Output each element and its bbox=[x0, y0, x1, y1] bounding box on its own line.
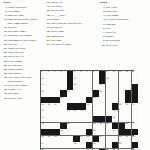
grid-cell-white[interactable]: 49 bbox=[47, 136, 53, 142]
grid-cell-white[interactable] bbox=[54, 116, 60, 122]
grid-cell-white[interactable] bbox=[47, 84, 53, 90]
grid-cell-white[interactable]: 24 bbox=[93, 97, 99, 103]
clue-text: Gets it wrong bbox=[7, 60, 39, 64]
grid-cell-black bbox=[67, 71, 73, 77]
grid-cell-white[interactable]: 65 bbox=[132, 149, 138, 150]
grid-cell-white[interactable]: 50 bbox=[54, 136, 60, 142]
grid-cell-white[interactable] bbox=[67, 129, 73, 135]
grid-cell-white[interactable]: 56 bbox=[132, 136, 138, 142]
cell-number: 17 bbox=[41, 84, 43, 86]
grid-cell-white[interactable]: 8 bbox=[93, 71, 99, 77]
clue-text: Courtroom cry with 'Order!' bbox=[7, 39, 39, 43]
grid-cell-white[interactable] bbox=[112, 84, 118, 90]
grid-cell-white[interactable]: 33 bbox=[67, 110, 73, 116]
grid-cell-black bbox=[132, 84, 138, 90]
grid-cell-white[interactable] bbox=[119, 110, 125, 116]
clue-text: Where folks get into hot water bbox=[50, 22, 96, 26]
cell-number: 32 bbox=[41, 110, 43, 112]
cell-number: 7 bbox=[87, 71, 88, 73]
cell-number: 43 bbox=[106, 123, 108, 125]
cell-number: 3 bbox=[54, 71, 55, 73]
grid-cell-white[interactable]: 26 bbox=[47, 103, 53, 109]
grid-cell-white[interactable]: 10 bbox=[112, 71, 118, 77]
cell-number: 48 bbox=[41, 136, 43, 138]
clue-text: Lyric poems bbox=[105, 14, 148, 18]
clue-item: 53Where folks get into hot water bbox=[45, 22, 96, 26]
grid-cell-white[interactable] bbox=[67, 136, 73, 142]
grid-cell-white[interactable] bbox=[112, 90, 118, 96]
grid-cell-white[interactable] bbox=[60, 136, 66, 142]
grid-cell-white[interactable] bbox=[119, 77, 125, 83]
clue-text: Tel ___, Israel bbox=[50, 14, 96, 18]
grid-cell-white[interactable] bbox=[80, 84, 86, 90]
clue-text: Cat's call bbox=[7, 43, 39, 47]
cell-number: 28 bbox=[87, 104, 89, 106]
grid-cell-white[interactable]: 40 bbox=[67, 123, 73, 129]
cell-number: 53 bbox=[100, 136, 102, 138]
cell-number: 8 bbox=[93, 71, 94, 73]
cell-number: 37 bbox=[41, 117, 43, 119]
clue-item: 44Gorilla, e.g. bbox=[45, 1, 96, 5]
grid-cell-white[interactable] bbox=[132, 123, 138, 129]
grid-cell-white[interactable] bbox=[80, 90, 86, 96]
clue-item: 48Tel ___, Israel bbox=[45, 14, 96, 18]
clue-item: 6'Ick!' bbox=[100, 27, 148, 31]
grid-cell-white[interactable] bbox=[54, 123, 60, 129]
clue-item: 38Keyhole, e.g. bbox=[2, 88, 39, 92]
grid-cell-white[interactable]: 39 bbox=[41, 123, 47, 129]
clue-item: 20Cat's call bbox=[2, 43, 39, 47]
grid-cell-white[interactable] bbox=[125, 110, 131, 116]
clue-item: 39Blue shade bbox=[2, 92, 39, 96]
clue-item: 23Kofi of the U.N. bbox=[2, 55, 39, 59]
down-clue-list: 1Take a risk2Oboe's kin3Lyric poems4New … bbox=[100, 6, 148, 47]
clue-text: Ends of the earth bbox=[7, 47, 39, 51]
grid-cell-white[interactable] bbox=[112, 136, 118, 142]
grid-cell-white[interactable] bbox=[125, 77, 131, 83]
grid-cell-white[interactable]: 62 bbox=[86, 149, 92, 150]
grid-cell-white[interactable]: 64 bbox=[112, 149, 118, 150]
grid-cell-white[interactable] bbox=[54, 90, 60, 96]
grid-cell-white[interactable]: 13 bbox=[132, 71, 138, 77]
cell-number: 35 bbox=[80, 110, 82, 112]
grid-cell-white[interactable]: 31 bbox=[132, 103, 138, 109]
cell-number: 18 bbox=[74, 84, 76, 86]
clue-text: Long ago bbox=[105, 23, 148, 27]
grid-cell-white[interactable] bbox=[80, 77, 86, 83]
grid-cell-white[interactable]: 18 bbox=[73, 84, 79, 90]
grid-cell-white[interactable] bbox=[86, 116, 92, 122]
crossword-grid: 1234567891011121314151617181920212223242… bbox=[40, 70, 134, 150]
grid-cell-white[interactable] bbox=[132, 77, 138, 83]
clue-text: Toward sunrise bbox=[7, 68, 39, 72]
cell-number: 15 bbox=[74, 78, 76, 80]
grid-cell-white[interactable]: 34 bbox=[73, 110, 79, 116]
across-clue-list-2: 44Gorilla, e.g.45Fall flower46Political … bbox=[45, 1, 96, 46]
cell-number: 20 bbox=[41, 91, 43, 93]
cell-number: 52 bbox=[87, 136, 89, 138]
grid-cell-white[interactable] bbox=[54, 142, 60, 148]
grid-cell-white[interactable] bbox=[60, 110, 66, 116]
across-clues-column-1: Across 1Corner chess piece5Feels poorly9… bbox=[2, 1, 39, 148]
grid-cell-white[interactable] bbox=[67, 97, 73, 103]
grid-cell-white[interactable] bbox=[106, 110, 112, 116]
grid-cell-white[interactable] bbox=[67, 142, 73, 148]
cell-number: 26 bbox=[48, 104, 50, 106]
cell-number: 46 bbox=[93, 130, 95, 132]
clue-item: 5Feels poorly bbox=[2, 10, 39, 14]
cell-number: 54 bbox=[119, 136, 121, 138]
grid-cell-white[interactable]: 4 bbox=[60, 71, 66, 77]
grid-cell-white[interactable]: 52 bbox=[86, 136, 92, 142]
grid-cell-white[interactable]: 45 bbox=[60, 129, 66, 135]
cell-number: 14 bbox=[41, 78, 43, 80]
grid-cell-white[interactable] bbox=[73, 129, 79, 135]
grid-cell-white[interactable] bbox=[60, 142, 66, 148]
crossword-grid-area: 1234567891011121314151617181920212223242… bbox=[40, 70, 139, 150]
clue-item: 63Fuel additive brand bbox=[45, 43, 96, 47]
grid-cell-white[interactable]: 27 bbox=[54, 103, 60, 109]
grid-cell-white[interactable] bbox=[99, 142, 105, 148]
grid-cell-white[interactable] bbox=[67, 149, 73, 150]
clue-item: 16Jazz singer James bbox=[2, 30, 39, 34]
grid-cell-black bbox=[132, 90, 138, 96]
clue-item: 14Emperor said to have fiddled while Rom… bbox=[2, 18, 39, 25]
grid-cell-white[interactable] bbox=[80, 97, 86, 103]
cell-number: 63 bbox=[106, 149, 108, 150]
grid-cell-white[interactable]: 21 bbox=[67, 90, 73, 96]
cell-number: 62 bbox=[87, 149, 89, 150]
clue-item: 60Compass dir. bbox=[45, 35, 96, 39]
grid-cell-white[interactable] bbox=[73, 123, 79, 129]
clue-item: 28Toward sunrise bbox=[2, 68, 39, 72]
clue-text: Fuel additive brand bbox=[50, 43, 96, 47]
clue-text: Winter forecast bbox=[7, 51, 39, 55]
clue-item: 61Salty drop bbox=[45, 39, 96, 43]
grid-cell-white[interactable] bbox=[112, 77, 118, 83]
grid-cell-white[interactable] bbox=[132, 116, 138, 122]
grid-cell-white[interactable] bbox=[80, 149, 86, 150]
clue-text: Heavy step bbox=[105, 44, 148, 48]
grid-cell-white[interactable] bbox=[47, 110, 53, 116]
grid-cell-white[interactable]: 6 bbox=[80, 71, 86, 77]
clue-item: 1Take a risk bbox=[100, 6, 148, 10]
grid-cell-white[interactable]: 47 bbox=[112, 129, 118, 135]
cell-number: 1 bbox=[41, 71, 42, 73]
clue-text: Oboe's kin bbox=[105, 10, 148, 14]
grid-cell-white[interactable]: 63 bbox=[106, 149, 112, 150]
grid-cell-white[interactable]: 59 bbox=[93, 142, 99, 148]
grid-cell-white[interactable]: 43 bbox=[106, 123, 112, 129]
grid-cell-white[interactable] bbox=[119, 90, 125, 96]
clue-item: 17Young girl, in Glasgow bbox=[2, 34, 39, 38]
grid-cell-white[interactable]: 20 bbox=[41, 90, 47, 96]
grid-cell-white[interactable] bbox=[86, 84, 92, 90]
grid-cell-white[interactable] bbox=[47, 77, 53, 83]
grid-cell-white[interactable] bbox=[86, 110, 92, 116]
cell-number: 13 bbox=[132, 71, 134, 73]
clue-item: 5Long ago bbox=[100, 23, 148, 27]
grid-cell-white[interactable] bbox=[73, 149, 79, 150]
cell-number: 5 bbox=[74, 71, 75, 73]
clue-text: Political pull bbox=[50, 9, 96, 13]
cell-number: 25 bbox=[41, 104, 43, 106]
grid-cell-white[interactable] bbox=[125, 149, 131, 150]
grid-cell-white[interactable] bbox=[60, 103, 66, 109]
grid-cell-black bbox=[99, 71, 105, 77]
clue-text: Make-up exam bbox=[7, 14, 39, 18]
clue-item: 21Ends of the earth bbox=[2, 47, 39, 51]
cell-number: 11 bbox=[119, 71, 121, 73]
clue-item: 51Go sour bbox=[45, 18, 96, 22]
cell-number: 57 bbox=[41, 143, 43, 145]
grid-cell-white[interactable]: 42 bbox=[99, 123, 105, 129]
grid-cell-white[interactable] bbox=[132, 110, 138, 116]
cell-number: 50 bbox=[54, 136, 56, 138]
grid-cell-white[interactable] bbox=[54, 149, 60, 150]
grid-cell-white[interactable] bbox=[125, 142, 131, 148]
clue-item: 2Oboe's kin bbox=[100, 10, 148, 14]
grid-cell-white[interactable] bbox=[47, 123, 53, 129]
clue-item: 10Heavy step bbox=[100, 44, 148, 48]
grid-cell-white[interactable] bbox=[60, 149, 66, 150]
grid-cell-white[interactable] bbox=[86, 90, 92, 96]
clue-text: Corner chess piece bbox=[7, 6, 39, 10]
cell-number: 21 bbox=[67, 91, 69, 93]
cell-number: 60 bbox=[119, 143, 121, 145]
clue-item: 8Droops bbox=[100, 35, 148, 39]
cell-number: 27 bbox=[54, 104, 56, 106]
cell-number: 65 bbox=[132, 149, 134, 150]
grid-cell-white[interactable] bbox=[99, 103, 105, 109]
clue-text: Take a risk bbox=[105, 6, 148, 10]
grid-cell-white[interactable] bbox=[54, 110, 60, 116]
clue-text: Speedily bbox=[7, 26, 39, 30]
grid-cell-white[interactable]: 12 bbox=[125, 71, 131, 77]
clue-item: 3Lyric poems bbox=[100, 14, 148, 18]
clue-item: 57Because of bbox=[45, 26, 96, 30]
cell-number: 19 bbox=[100, 84, 102, 86]
across-clue-list-1: 1Corner chess piece5Feels poorly9Make-up… bbox=[2, 6, 39, 100]
grid-cell-white[interactable] bbox=[125, 84, 131, 90]
grid-cell-white[interactable]: 61 bbox=[41, 149, 47, 150]
clue-item: 25Nest egg inits. bbox=[2, 64, 39, 68]
clue-text: Salty drop bbox=[50, 39, 96, 43]
cell-number: 56 bbox=[132, 136, 134, 138]
clue-item: 37Heat to 212 degrees bbox=[2, 84, 39, 88]
clue-item: 1Corner chess piece bbox=[2, 6, 39, 10]
clue-text: Jazz singer James bbox=[7, 30, 39, 34]
grid-cell-black bbox=[67, 77, 73, 83]
down-clues-column: Down 1Take a risk2Oboe's kin3Lyric poems… bbox=[100, 1, 148, 47]
cell-number: 38 bbox=[113, 117, 115, 119]
cell-number: 36 bbox=[113, 110, 115, 112]
grid-cell-white[interactable] bbox=[93, 110, 99, 116]
clue-item: 9Make-up exam bbox=[2, 14, 39, 18]
grid-cell-white[interactable] bbox=[93, 103, 99, 109]
grid-cell-white[interactable] bbox=[86, 77, 92, 83]
grid-cell-white[interactable] bbox=[60, 116, 66, 122]
grid-cell-white[interactable] bbox=[106, 136, 112, 142]
clue-text: Young girl, in Glasgow bbox=[7, 34, 39, 38]
cell-number: 12 bbox=[126, 71, 128, 73]
across-clues-column-2: 44Gorilla, e.g.45Fall flower46Political … bbox=[45, 1, 96, 67]
cell-number: 30 bbox=[126, 104, 128, 106]
cell-number: 64 bbox=[113, 149, 115, 150]
grid-cell-white[interactable]: 44 bbox=[125, 123, 131, 129]
grid-cell-white[interactable] bbox=[54, 77, 60, 83]
clue-text: Because of bbox=[50, 26, 96, 30]
grid-cell-white[interactable]: 58 bbox=[73, 142, 79, 148]
cell-number: 47 bbox=[113, 130, 115, 132]
grid-cell-white[interactable] bbox=[73, 90, 79, 96]
clue-text: Told a fib bbox=[105, 31, 148, 35]
grid-cell-white[interactable]: 2 bbox=[47, 71, 53, 77]
grid-cell-white[interactable]: 60 bbox=[119, 142, 125, 148]
clue-item: 15Speedily bbox=[2, 26, 39, 30]
cell-number: 16 bbox=[106, 78, 108, 80]
cell-number: 29 bbox=[119, 104, 121, 106]
clue-text: Go sour bbox=[50, 18, 96, 22]
down-header: Down bbox=[100, 1, 148, 5]
grid-cell-white[interactable]: 29 bbox=[119, 103, 125, 109]
grid-cell-white[interactable] bbox=[80, 116, 86, 122]
grid-cell-white[interactable] bbox=[80, 142, 86, 148]
grid-cell-white[interactable] bbox=[73, 116, 79, 122]
grid-cell-white[interactable] bbox=[73, 97, 79, 103]
grid-cell-white[interactable]: 35 bbox=[80, 110, 86, 116]
clue-text: Fall flower bbox=[50, 5, 96, 9]
grid-cell-white[interactable] bbox=[119, 149, 125, 150]
grid-cell-white[interactable] bbox=[47, 142, 53, 148]
cell-number: 49 bbox=[48, 136, 50, 138]
grid-cell-white[interactable] bbox=[106, 129, 112, 135]
cell-number: 2 bbox=[48, 71, 49, 73]
clue-text: Keyhole, e.g. bbox=[7, 88, 39, 92]
clue-text: Heat to 212 degrees bbox=[7, 84, 39, 88]
grid-cell-white[interactable] bbox=[112, 97, 118, 103]
cell-number: 6 bbox=[80, 71, 81, 73]
clue-text: Mexican coin bbox=[105, 39, 148, 43]
clue-item: 4New Mexico art town bbox=[100, 18, 148, 22]
across-header: Across bbox=[2, 1, 39, 5]
clue-text: 'Ick!' bbox=[105, 27, 148, 31]
cell-number: 41 bbox=[93, 123, 95, 125]
grid-cell-white[interactable] bbox=[93, 77, 99, 83]
grid-cell-white[interactable]: 23 bbox=[60, 97, 66, 103]
grid-cell-white[interactable]: 53 bbox=[99, 136, 105, 142]
grid-cell-black bbox=[99, 149, 105, 150]
grid-cell-white[interactable]: 16 bbox=[106, 77, 112, 83]
cell-number: 59 bbox=[93, 143, 95, 145]
clue-text: New Mexico art town bbox=[105, 18, 148, 22]
grid-cell-white[interactable] bbox=[80, 123, 86, 129]
cell-number: 33 bbox=[67, 110, 69, 112]
grid-cell-black bbox=[119, 123, 125, 129]
grid-cell-white[interactable]: 55 bbox=[125, 136, 131, 142]
grid-cell-white[interactable] bbox=[99, 110, 105, 116]
grid-cell-white[interactable] bbox=[60, 84, 66, 90]
clue-item: 40Stretchy wear bbox=[2, 97, 39, 101]
clue-text: Stretchy wear bbox=[7, 97, 39, 101]
grid-cell-white[interactable]: 51 bbox=[80, 136, 86, 142]
clue-item: 18Courtroom cry with 'Order!' bbox=[2, 39, 39, 43]
clue-text: Gorilla, e.g. bbox=[50, 1, 96, 5]
clue-item: 24Gets it wrong bbox=[2, 60, 39, 64]
cell-number: 55 bbox=[126, 136, 128, 138]
grid-cell-white[interactable]: 22 bbox=[99, 90, 105, 96]
cell-number: 23 bbox=[61, 97, 63, 99]
grid-cell-white[interactable] bbox=[86, 123, 92, 129]
grid-cell-white[interactable] bbox=[106, 84, 112, 90]
clue-text: Kofi of the U.N. bbox=[7, 55, 39, 59]
clue-text: Feels poorly bbox=[7, 10, 39, 14]
cell-number: 10 bbox=[113, 71, 115, 73]
clue-item: 59Golfer's goal bbox=[45, 30, 96, 34]
clue-text: Nest egg inits. bbox=[7, 64, 39, 68]
clue-item: 46Political pull bbox=[45, 9, 96, 13]
grid-cell-white[interactable] bbox=[119, 116, 125, 122]
clue-item: 9Mexican coin bbox=[100, 39, 148, 43]
grid-cell-white[interactable] bbox=[47, 149, 53, 150]
grid-cell-white[interactable] bbox=[54, 84, 60, 90]
grid-cell-black bbox=[125, 90, 131, 96]
clue-item: 29Not as much bbox=[2, 72, 39, 76]
grid-cell-white[interactable] bbox=[93, 149, 99, 150]
cell-number: 24 bbox=[93, 97, 95, 99]
clue-text: Not as much bbox=[7, 72, 39, 76]
grid-cell-white[interactable] bbox=[119, 84, 125, 90]
clue-item: 32First Lady with a White House garden bbox=[2, 76, 39, 83]
clue-item: 45Fall flower bbox=[45, 5, 96, 9]
grid-cell-white[interactable] bbox=[106, 103, 112, 109]
clue-text: Compass dir. bbox=[50, 35, 96, 39]
grid-cell-white[interactable]: 3 bbox=[54, 71, 60, 77]
cell-number: 58 bbox=[74, 143, 76, 145]
cell-number: 45 bbox=[61, 130, 63, 132]
cell-number: 61 bbox=[41, 149, 43, 150]
clue-text: Blue shade bbox=[7, 92, 39, 96]
grid-cell-white[interactable]: 38 bbox=[112, 116, 118, 122]
cell-number: 44 bbox=[126, 123, 128, 125]
grid-cell-white[interactable] bbox=[60, 77, 66, 83]
clue-text: First Lady with a White House garden bbox=[7, 76, 39, 83]
clue-text: Droops bbox=[105, 35, 148, 39]
clue-text: Emperor said to have fiddled while Rome … bbox=[7, 18, 39, 25]
grid-cell-white[interactable]: 30 bbox=[125, 103, 131, 109]
cell-number: 22 bbox=[100, 91, 102, 93]
grid-cell-white[interactable]: 46 bbox=[93, 129, 99, 135]
cell-number: 40 bbox=[67, 123, 69, 125]
grid-cell-white[interactable] bbox=[47, 90, 53, 96]
clue-item: 22Winter forecast bbox=[2, 51, 39, 55]
grid-cell-white[interactable] bbox=[93, 84, 99, 90]
grid-cell-white[interactable]: 7 bbox=[86, 71, 92, 77]
cell-number: 31 bbox=[132, 104, 134, 106]
grid-cell-white[interactable]: 11 bbox=[119, 71, 125, 77]
cell-number: 4 bbox=[61, 71, 62, 73]
cell-number: 39 bbox=[41, 123, 43, 125]
grid-cell-white[interactable] bbox=[106, 97, 112, 103]
cell-number: 51 bbox=[80, 136, 82, 138]
grid-cell-white[interactable] bbox=[99, 97, 105, 103]
grid-cell-white[interactable] bbox=[47, 116, 53, 122]
cell-number: 34 bbox=[74, 110, 76, 112]
grid-cell-white[interactable]: 28 bbox=[86, 103, 92, 109]
clue-item: 7Told a fib bbox=[100, 31, 148, 35]
grid-cell-white[interactable] bbox=[106, 90, 112, 96]
clue-text: Golfer's goal bbox=[50, 30, 96, 34]
